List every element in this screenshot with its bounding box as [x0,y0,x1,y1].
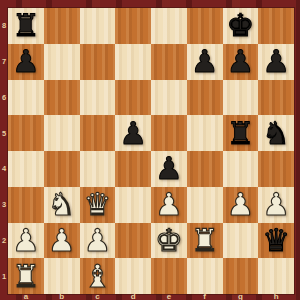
white-pawn-a2[interactable]: ♟ [12,225,40,256]
square-b5[interactable] [44,115,80,151]
square-b2[interactable]: ♟ [44,223,80,259]
black-pawn-d5[interactable]: ♟ [119,118,147,149]
square-g1[interactable] [223,258,259,294]
square-g7[interactable]: ♟ [223,44,259,80]
square-d4[interactable] [115,151,151,187]
square-h6[interactable] [258,80,294,116]
square-a6[interactable] [8,80,44,116]
square-f8[interactable] [187,8,223,44]
square-b6[interactable] [44,80,80,116]
square-a3[interactable] [8,187,44,223]
square-a1[interactable]: ♜ [8,258,44,294]
square-g5[interactable]: ♜ [223,115,259,151]
square-h3[interactable]: ♟ [258,187,294,223]
square-f2[interactable]: ♜ [187,223,223,259]
black-rook-a8[interactable]: ♜ [12,10,40,41]
square-g2[interactable] [223,223,259,259]
square-g6[interactable] [223,80,259,116]
file-label-g: g [223,293,259,300]
white-pawn-h3[interactable]: ♟ [262,189,290,220]
square-h2[interactable]: ♛ [258,223,294,259]
square-a2[interactable]: ♟ [8,223,44,259]
square-d5[interactable]: ♟ [115,115,151,151]
square-b8[interactable] [44,8,80,44]
square-g8[interactable]: ♚ [223,8,259,44]
square-f5[interactable] [187,115,223,151]
black-pawn-a7[interactable]: ♟ [12,46,40,77]
square-b3[interactable]: ♞ [44,187,80,223]
square-e1[interactable] [151,258,187,294]
square-c4[interactable] [80,151,116,187]
square-e6[interactable] [151,80,187,116]
square-c5[interactable] [80,115,116,151]
square-e8[interactable] [151,8,187,44]
square-b4[interactable] [44,151,80,187]
chess-board-frame: 87654321 ♜♚♟♟♟♟♟♜♞♟♞♛♟♟♟♟♟♟♚♜♛♜♝ abcdefg… [0,0,300,300]
square-a5[interactable] [8,115,44,151]
black-pawn-f7[interactable]: ♟ [191,46,219,77]
square-b1[interactable] [44,258,80,294]
white-pawn-c2[interactable]: ♟ [83,225,111,256]
white-rook-a1[interactable]: ♜ [12,261,40,292]
square-e3[interactable]: ♟ [151,187,187,223]
white-bishop-c1[interactable]: ♝ [83,261,111,292]
square-c6[interactable] [80,80,116,116]
white-king-e2[interactable]: ♚ [155,225,183,256]
rank-label-2: 2 [0,223,8,259]
rank-label-6: 6 [0,80,8,116]
rank-label-1: 1 [0,258,8,294]
black-pawn-e4[interactable]: ♟ [155,153,183,184]
black-queen-h2[interactable]: ♛ [262,225,290,256]
square-h4[interactable] [258,151,294,187]
file-label-h: h [258,293,294,300]
white-pawn-g3[interactable]: ♟ [226,189,254,220]
square-d1[interactable] [115,258,151,294]
rank-label-3: 3 [0,187,8,223]
square-f4[interactable] [187,151,223,187]
square-d7[interactable] [115,44,151,80]
square-c2[interactable]: ♟ [80,223,116,259]
chess-board: ♜♚♟♟♟♟♟♜♞♟♞♛♟♟♟♟♟♟♚♜♛♜♝ [8,8,294,294]
rank-label-7: 7 [0,44,8,80]
square-e2[interactable]: ♚ [151,223,187,259]
square-f7[interactable]: ♟ [187,44,223,80]
square-h7[interactable]: ♟ [258,44,294,80]
square-f3[interactable] [187,187,223,223]
square-d2[interactable] [115,223,151,259]
square-h8[interactable] [258,8,294,44]
file-labels: abcdefgh [8,293,294,300]
square-e5[interactable] [151,115,187,151]
file-label-b: b [44,293,80,300]
black-rook-g5[interactable]: ♜ [226,118,254,149]
square-c3[interactable]: ♛ [80,187,116,223]
black-king-g8[interactable]: ♚ [226,10,254,41]
white-pawn-b2[interactable]: ♟ [48,225,76,256]
square-c1[interactable]: ♝ [80,258,116,294]
square-g3[interactable]: ♟ [223,187,259,223]
square-f1[interactable] [187,258,223,294]
rank-labels: 87654321 [0,8,8,294]
file-label-d: d [115,293,151,300]
square-a7[interactable]: ♟ [8,44,44,80]
square-d3[interactable] [115,187,151,223]
rank-label-8: 8 [0,8,8,44]
square-e7[interactable] [151,44,187,80]
square-h1[interactable] [258,258,294,294]
square-d6[interactable] [115,80,151,116]
black-pawn-g7[interactable]: ♟ [226,46,254,77]
square-a8[interactable]: ♜ [8,8,44,44]
white-rook-f2[interactable]: ♜ [191,225,219,256]
white-queen-c3[interactable]: ♛ [83,189,111,220]
file-label-a: a [8,293,44,300]
square-h5[interactable]: ♞ [258,115,294,151]
square-d8[interactable] [115,8,151,44]
square-a4[interactable] [8,151,44,187]
square-g4[interactable] [223,151,259,187]
square-b7[interactable] [44,44,80,80]
square-c7[interactable] [80,44,116,80]
file-label-f: f [187,293,223,300]
file-label-e: e [151,293,187,300]
black-knight-h5[interactable]: ♞ [262,118,290,149]
square-f6[interactable] [187,80,223,116]
rank-label-5: 5 [0,115,8,151]
square-e4[interactable]: ♟ [151,151,187,187]
square-c8[interactable] [80,8,116,44]
black-pawn-h7[interactable]: ♟ [262,46,290,77]
white-knight-b3[interactable]: ♞ [48,189,76,220]
white-pawn-e3[interactable]: ♟ [155,189,183,220]
file-label-c: c [80,293,116,300]
rank-label-4: 4 [0,151,8,187]
